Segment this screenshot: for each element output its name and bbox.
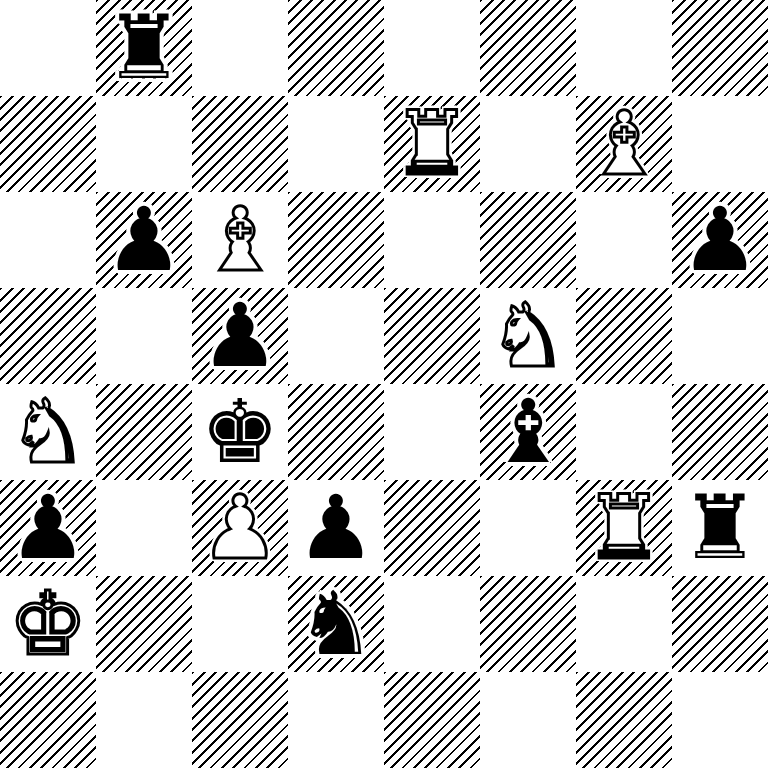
square-b1[interactable]: [96, 672, 192, 768]
piece-white-knight[interactable]: ♞: [9, 384, 88, 480]
square-g3[interactable]: ♜: [576, 480, 672, 576]
square-h7[interactable]: [672, 96, 768, 192]
square-f2[interactable]: [480, 576, 576, 672]
square-c7[interactable]: [192, 96, 288, 192]
square-f6[interactable]: [480, 192, 576, 288]
square-c5[interactable]: ♟: [192, 288, 288, 384]
square-g5[interactable]: [576, 288, 672, 384]
square-h8[interactable]: [672, 0, 768, 96]
square-e6[interactable]: [384, 192, 480, 288]
square-g7[interactable]: ♝: [576, 96, 672, 192]
chess-board: ♜♜♝♟♝♟♟♞♞♚♝♟♟♟♜♜♚♞: [0, 0, 768, 768]
square-a6[interactable]: [0, 192, 96, 288]
square-e3[interactable]: [384, 480, 480, 576]
square-b7[interactable]: [96, 96, 192, 192]
piece-black-knight[interactable]: ♞: [297, 576, 376, 672]
square-d1[interactable]: [288, 672, 384, 768]
piece-black-pawn[interactable]: ♟: [681, 192, 760, 288]
square-c6[interactable]: ♝: [192, 192, 288, 288]
square-d3[interactable]: ♟: [288, 480, 384, 576]
square-g1[interactable]: [576, 672, 672, 768]
square-e5[interactable]: [384, 288, 480, 384]
square-f8[interactable]: [480, 0, 576, 96]
piece-black-pawn[interactable]: ♟: [297, 480, 376, 576]
piece-white-rook[interactable]: ♜: [393, 96, 472, 192]
square-b5[interactable]: [96, 288, 192, 384]
square-a7[interactable]: [0, 96, 96, 192]
square-f5[interactable]: ♞: [480, 288, 576, 384]
square-a4[interactable]: ♞: [0, 384, 96, 480]
piece-black-pawn[interactable]: ♟: [201, 288, 280, 384]
square-h4[interactable]: [672, 384, 768, 480]
square-e7[interactable]: ♜: [384, 96, 480, 192]
square-g2[interactable]: [576, 576, 672, 672]
square-c2[interactable]: [192, 576, 288, 672]
square-c1[interactable]: [192, 672, 288, 768]
piece-white-bishop[interactable]: ♝: [585, 96, 664, 192]
square-c8[interactable]: [192, 0, 288, 96]
square-a2[interactable]: ♚: [0, 576, 96, 672]
square-a3[interactable]: ♟: [0, 480, 96, 576]
square-f4[interactable]: ♝: [480, 384, 576, 480]
square-g8[interactable]: [576, 0, 672, 96]
square-d5[interactable]: [288, 288, 384, 384]
square-h3[interactable]: ♜: [672, 480, 768, 576]
piece-black-rook[interactable]: ♜: [105, 0, 184, 96]
piece-white-king[interactable]: ♚: [9, 576, 88, 672]
square-g4[interactable]: [576, 384, 672, 480]
square-b3[interactable]: [96, 480, 192, 576]
piece-black-pawn[interactable]: ♟: [105, 192, 184, 288]
square-h1[interactable]: [672, 672, 768, 768]
square-h6[interactable]: ♟: [672, 192, 768, 288]
piece-black-pawn[interactable]: ♟: [9, 480, 88, 576]
square-c3[interactable]: ♟: [192, 480, 288, 576]
square-f7[interactable]: [480, 96, 576, 192]
piece-black-rook[interactable]: ♜: [681, 480, 760, 576]
square-f3[interactable]: [480, 480, 576, 576]
piece-black-king[interactable]: ♚: [201, 384, 280, 480]
square-b6[interactable]: ♟: [96, 192, 192, 288]
piece-white-rook[interactable]: ♜: [585, 480, 664, 576]
piece-white-pawn[interactable]: ♟: [201, 480, 280, 576]
square-b4[interactable]: [96, 384, 192, 480]
piece-black-bishop[interactable]: ♝: [489, 384, 568, 480]
square-h5[interactable]: [672, 288, 768, 384]
square-h2[interactable]: [672, 576, 768, 672]
square-b2[interactable]: [96, 576, 192, 672]
square-g6[interactable]: [576, 192, 672, 288]
piece-white-bishop[interactable]: ♝: [201, 192, 280, 288]
square-d2[interactable]: ♞: [288, 576, 384, 672]
square-a5[interactable]: [0, 288, 96, 384]
piece-white-knight[interactable]: ♞: [489, 288, 568, 384]
square-d7[interactable]: [288, 96, 384, 192]
square-c4[interactable]: ♚: [192, 384, 288, 480]
square-f1[interactable]: [480, 672, 576, 768]
square-b8[interactable]: ♜: [96, 0, 192, 96]
square-a1[interactable]: [0, 672, 96, 768]
square-d4[interactable]: [288, 384, 384, 480]
square-e1[interactable]: [384, 672, 480, 768]
square-e4[interactable]: [384, 384, 480, 480]
square-e8[interactable]: [384, 0, 480, 96]
square-d6[interactable]: [288, 192, 384, 288]
square-d8[interactable]: [288, 0, 384, 96]
square-a8[interactable]: [0, 0, 96, 96]
square-e2[interactable]: [384, 576, 480, 672]
